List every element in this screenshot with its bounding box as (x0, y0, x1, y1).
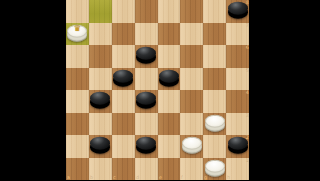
square-h1[interactable]: 1h (226, 158, 249, 181)
rank-label-7: 7 (246, 23, 249, 28)
square-g7[interactable] (203, 23, 226, 46)
square-e3[interactable] (158, 113, 181, 136)
square-f3[interactable] (180, 113, 203, 136)
rank-label-4: 4 (246, 90, 249, 95)
square-g2[interactable] (203, 135, 226, 158)
square-b8[interactable] (89, 0, 112, 23)
square-g6[interactable] (203, 45, 226, 68)
square-e1[interactable]: e (158, 158, 181, 181)
rank-label-5: 5 (246, 68, 249, 73)
file-label-e: e (159, 175, 162, 180)
square-e4[interactable] (158, 90, 181, 113)
black-checker-d6[interactable] (136, 47, 156, 64)
file-label-d: d (136, 175, 139, 180)
black-checker-h2[interactable] (228, 137, 248, 154)
checker-disc-top (136, 47, 156, 60)
square-b4[interactable] (89, 90, 112, 113)
square-f6[interactable] (180, 45, 203, 68)
square-d8[interactable] (135, 0, 158, 23)
file-label-h: h (227, 175, 230, 180)
square-a3[interactable] (66, 113, 89, 136)
square-b6[interactable] (89, 45, 112, 68)
white-king-checker-a7[interactable]: ♛ (67, 24, 87, 41)
square-g3[interactable] (203, 113, 226, 136)
square-g5[interactable] (203, 68, 226, 91)
square-h3[interactable]: 3 (226, 113, 249, 136)
square-e6[interactable] (158, 45, 181, 68)
file-label-f: f (181, 175, 183, 180)
square-a8[interactable] (66, 0, 89, 23)
checker-disc-top (182, 137, 202, 150)
square-f1[interactable]: f (180, 158, 203, 181)
square-c6[interactable] (112, 45, 135, 68)
square-h4[interactable]: 4 (226, 90, 249, 113)
square-h5[interactable]: 5 (226, 68, 249, 91)
square-b7[interactable] (89, 23, 112, 46)
checker-disc-top (205, 159, 225, 172)
square-h2[interactable]: 2 (226, 135, 249, 158)
checker-disc-top (228, 137, 248, 150)
rank-label-1: 1 (246, 158, 249, 163)
black-checker-c5[interactable] (113, 69, 133, 86)
square-d4[interactable] (135, 90, 158, 113)
square-a5[interactable] (66, 68, 89, 91)
square-a2[interactable] (66, 135, 89, 158)
checker-disc-top (228, 2, 248, 15)
square-d2[interactable] (135, 135, 158, 158)
square-e2[interactable] (158, 135, 181, 158)
square-f7[interactable] (180, 23, 203, 46)
square-d6[interactable] (135, 45, 158, 68)
square-e5[interactable] (158, 68, 181, 91)
left-letterbox (0, 0, 66, 180)
white-checker-g3[interactable] (205, 114, 225, 131)
crown-icon: ♛ (74, 23, 81, 35)
square-a7[interactable]: ♛ (66, 23, 89, 46)
checker-disc-top (205, 114, 225, 127)
rank-label-6: 6 (246, 45, 249, 50)
black-checker-b2[interactable] (90, 137, 110, 154)
rank-label-3: 3 (246, 113, 249, 118)
square-h8[interactable]: 8 (226, 0, 249, 23)
square-b3[interactable] (89, 113, 112, 136)
square-e8[interactable] (158, 0, 181, 23)
checker-disc-top (90, 92, 110, 105)
file-label-b: b (90, 175, 93, 180)
black-checker-d4[interactable] (136, 92, 156, 109)
square-f2[interactable] (180, 135, 203, 158)
square-d5[interactable] (135, 68, 158, 91)
square-d1[interactable]: d (135, 158, 158, 181)
white-checker-f2[interactable] (182, 137, 202, 154)
square-c4[interactable] (112, 90, 135, 113)
black-checker-b4[interactable] (90, 92, 110, 109)
square-g8[interactable] (203, 0, 226, 23)
white-checker-g1[interactable] (205, 159, 225, 176)
square-h6[interactable]: 6 (226, 45, 249, 68)
black-checker-h8[interactable] (228, 2, 248, 19)
square-g1[interactable]: g (203, 158, 226, 181)
square-f4[interactable] (180, 90, 203, 113)
checker-disc-top (136, 137, 156, 150)
square-c3[interactable] (112, 113, 135, 136)
square-e7[interactable] (158, 23, 181, 46)
checker-disc-top (159, 69, 179, 82)
checker-disc-top (90, 137, 110, 150)
square-b5[interactable] (89, 68, 112, 91)
square-g4[interactable] (203, 90, 226, 113)
black-checker-e5[interactable] (159, 69, 179, 86)
square-d3[interactable] (135, 113, 158, 136)
square-c5[interactable] (112, 68, 135, 91)
checker-disc-top (113, 69, 133, 82)
square-c7[interactable] (112, 23, 135, 46)
square-f8[interactable] (180, 0, 203, 23)
file-label-a: a (67, 175, 70, 180)
board: 8♛765432abcdefg1h (66, 0, 249, 180)
black-checker-d2[interactable] (136, 137, 156, 154)
right-letterbox (249, 0, 320, 180)
square-a6[interactable] (66, 45, 89, 68)
square-c1[interactable]: c (112, 158, 135, 181)
square-d7[interactable] (135, 23, 158, 46)
square-c2[interactable] (112, 135, 135, 158)
square-b1[interactable]: b (89, 158, 112, 181)
square-a4[interactable] (66, 90, 89, 113)
square-b2[interactable] (89, 135, 112, 158)
square-c8[interactable] (112, 0, 135, 23)
square-h7[interactable]: 7 (226, 23, 249, 46)
square-a1[interactable]: a (66, 158, 89, 181)
square-f5[interactable] (180, 68, 203, 91)
file-label-c: c (113, 175, 116, 180)
checker-disc-top (136, 92, 156, 105)
